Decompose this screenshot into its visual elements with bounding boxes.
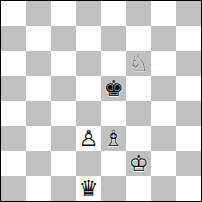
- square-e2[interactable]: [101, 151, 126, 176]
- square-f3[interactable]: [126, 126, 151, 151]
- square-b8[interactable]: [26, 1, 51, 26]
- square-e6[interactable]: [101, 51, 126, 76]
- square-g5[interactable]: [151, 76, 176, 101]
- square-a3[interactable]: [1, 126, 26, 151]
- square-c5[interactable]: [51, 76, 76, 101]
- square-f7[interactable]: [126, 26, 151, 51]
- square-e5[interactable]: ♚: [101, 76, 126, 101]
- white-knight-piece[interactable]: ♘: [129, 51, 149, 76]
- square-d2[interactable]: [76, 151, 101, 176]
- white-pawn-piece[interactable]: ♙: [79, 126, 99, 151]
- square-b7[interactable]: [26, 26, 51, 51]
- square-h2[interactable]: [176, 151, 201, 176]
- square-c6[interactable]: [51, 51, 76, 76]
- square-a4[interactable]: [1, 101, 26, 126]
- square-g3[interactable]: [151, 126, 176, 151]
- square-b5[interactable]: [26, 76, 51, 101]
- square-d3[interactable]: ♙: [76, 126, 101, 151]
- square-b2[interactable]: [26, 151, 51, 176]
- square-d8[interactable]: [76, 1, 101, 26]
- square-d4[interactable]: [76, 101, 101, 126]
- white-bishop-piece[interactable]: ♗: [104, 126, 124, 151]
- square-b3[interactable]: [26, 126, 51, 151]
- square-g4[interactable]: [151, 101, 176, 126]
- square-h6[interactable]: [176, 51, 201, 76]
- square-d5[interactable]: [76, 76, 101, 101]
- square-g2[interactable]: [151, 151, 176, 176]
- square-c8[interactable]: [51, 1, 76, 26]
- square-h4[interactable]: [176, 101, 201, 126]
- square-e1[interactable]: [101, 176, 126, 201]
- square-d1[interactable]: ♛: [76, 176, 101, 201]
- square-f8[interactable]: [126, 1, 151, 26]
- square-a6[interactable]: [1, 51, 26, 76]
- square-d7[interactable]: [76, 26, 101, 51]
- square-h5[interactable]: [176, 76, 201, 101]
- square-h7[interactable]: [176, 26, 201, 51]
- square-h8[interactable]: [176, 1, 201, 26]
- white-king-piece[interactable]: ♔: [129, 151, 149, 176]
- square-f1[interactable]: [126, 176, 151, 201]
- square-e3[interactable]: ♗: [101, 126, 126, 151]
- square-f5[interactable]: [126, 76, 151, 101]
- square-a2[interactable]: [1, 151, 26, 176]
- square-h3[interactable]: [176, 126, 201, 151]
- square-a5[interactable]: [1, 76, 26, 101]
- square-e8[interactable]: [101, 1, 126, 26]
- square-b6[interactable]: [26, 51, 51, 76]
- black-queen-piece[interactable]: ♛: [79, 176, 99, 201]
- square-f4[interactable]: [126, 101, 151, 126]
- square-c4[interactable]: [51, 101, 76, 126]
- square-f6[interactable]: ♘: [126, 51, 151, 76]
- square-c7[interactable]: [51, 26, 76, 51]
- square-a7[interactable]: [1, 26, 26, 51]
- square-b4[interactable]: [26, 101, 51, 126]
- square-f2[interactable]: ♔: [126, 151, 151, 176]
- square-a8[interactable]: [1, 1, 26, 26]
- chess-board: ♘♚♙♗♔♛: [0, 0, 202, 202]
- square-g6[interactable]: [151, 51, 176, 76]
- square-c1[interactable]: [51, 176, 76, 201]
- square-g1[interactable]: [151, 176, 176, 201]
- square-g8[interactable]: [151, 1, 176, 26]
- square-b1[interactable]: [26, 176, 51, 201]
- square-g7[interactable]: [151, 26, 176, 51]
- square-e4[interactable]: [101, 101, 126, 126]
- square-h1[interactable]: [176, 176, 201, 201]
- black-king-piece[interactable]: ♚: [104, 76, 124, 101]
- square-c2[interactable]: [51, 151, 76, 176]
- square-a1[interactable]: [1, 176, 26, 201]
- square-e7[interactable]: [101, 26, 126, 51]
- square-d6[interactable]: [76, 51, 101, 76]
- square-c3[interactable]: [51, 126, 76, 151]
